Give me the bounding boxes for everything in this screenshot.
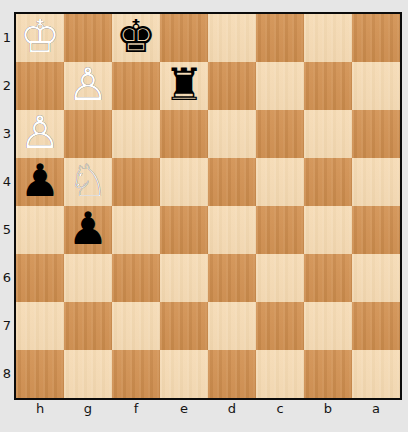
rank-label-3: 3 — [0, 110, 14, 158]
square-b1[interactable] — [304, 14, 352, 62]
square-e7[interactable] — [160, 302, 208, 350]
square-d8[interactable] — [208, 350, 256, 398]
square-h8[interactable] — [16, 350, 64, 398]
square-f3[interactable] — [112, 110, 160, 158]
square-g1[interactable] — [64, 14, 112, 62]
square-g4[interactable]: ♘ — [64, 158, 112, 206]
chess-board-area: 12345678 ♔♚♙♜♙♟♘♟ hgfedcba — [0, 0, 408, 432]
rank-label-2: 2 — [0, 62, 14, 110]
square-e2[interactable]: ♜ — [160, 62, 208, 110]
square-e4[interactable] — [160, 158, 208, 206]
square-h6[interactable] — [16, 254, 64, 302]
square-g8[interactable] — [64, 350, 112, 398]
square-a1[interactable] — [352, 14, 400, 62]
square-a2[interactable] — [352, 62, 400, 110]
rank-label-4: 4 — [0, 158, 14, 206]
square-c6[interactable] — [256, 254, 304, 302]
file-label-e: e — [160, 399, 208, 419]
square-b8[interactable] — [304, 350, 352, 398]
square-d1[interactable] — [208, 14, 256, 62]
piece-white-pawn-g2[interactable]: ♙ — [68, 61, 108, 109]
piece-black-king-f1[interactable]: ♚ — [116, 13, 156, 61]
square-b7[interactable] — [304, 302, 352, 350]
square-b4[interactable] — [304, 158, 352, 206]
square-d5[interactable] — [208, 206, 256, 254]
square-g7[interactable] — [64, 302, 112, 350]
file-label-c: c — [256, 399, 304, 419]
square-e3[interactable] — [160, 110, 208, 158]
square-b5[interactable] — [304, 206, 352, 254]
rank-label-6: 6 — [0, 254, 14, 302]
file-labels: hgfedcba — [16, 399, 400, 419]
rank-label-7: 7 — [0, 302, 14, 350]
rank-label-1: 1 — [0, 14, 14, 62]
square-f4[interactable] — [112, 158, 160, 206]
file-label-g: g — [64, 399, 112, 419]
square-d7[interactable] — [208, 302, 256, 350]
square-f6[interactable] — [112, 254, 160, 302]
file-label-f: f — [112, 399, 160, 419]
square-a4[interactable] — [352, 158, 400, 206]
piece-black-pawn-g5[interactable]: ♟ — [68, 205, 108, 253]
square-a7[interactable] — [352, 302, 400, 350]
piece-white-pawn-h3[interactable]: ♙ — [20, 109, 60, 157]
square-h4[interactable]: ♟ — [16, 158, 64, 206]
square-d6[interactable] — [208, 254, 256, 302]
square-e8[interactable] — [160, 350, 208, 398]
square-e1[interactable] — [160, 14, 208, 62]
square-f5[interactable] — [112, 206, 160, 254]
file-label-a: a — [352, 399, 400, 419]
square-c8[interactable] — [256, 350, 304, 398]
rank-label-5: 5 — [0, 206, 14, 254]
square-a8[interactable] — [352, 350, 400, 398]
square-a6[interactable] — [352, 254, 400, 302]
rank-labels: 12345678 — [0, 14, 14, 398]
square-f1[interactable]: ♚ — [112, 14, 160, 62]
square-f2[interactable] — [112, 62, 160, 110]
square-b3[interactable] — [304, 110, 352, 158]
square-d2[interactable] — [208, 62, 256, 110]
square-f8[interactable] — [112, 350, 160, 398]
file-label-b: b — [304, 399, 352, 419]
piece-white-knight-g4[interactable]: ♘ — [68, 157, 108, 205]
piece-black-pawn-h4[interactable]: ♟ — [20, 157, 60, 205]
square-h7[interactable] — [16, 302, 64, 350]
square-b2[interactable] — [304, 62, 352, 110]
square-c5[interactable] — [256, 206, 304, 254]
square-e6[interactable] — [160, 254, 208, 302]
square-h1[interactable]: ♔ — [16, 14, 64, 62]
square-h2[interactable] — [16, 62, 64, 110]
file-label-h: h — [16, 399, 64, 419]
piece-white-king-h1[interactable]: ♔ — [20, 13, 60, 61]
piece-black-rook-e2[interactable]: ♜ — [164, 61, 204, 109]
square-c3[interactable] — [256, 110, 304, 158]
square-d3[interactable] — [208, 110, 256, 158]
square-b6[interactable] — [304, 254, 352, 302]
square-a3[interactable] — [352, 110, 400, 158]
square-c1[interactable] — [256, 14, 304, 62]
square-a5[interactable] — [352, 206, 400, 254]
file-label-d: d — [208, 399, 256, 419]
square-g3[interactable] — [64, 110, 112, 158]
chess-board: ♔♚♙♜♙♟♘♟ — [14, 12, 402, 400]
square-g2[interactable]: ♙ — [64, 62, 112, 110]
square-f7[interactable] — [112, 302, 160, 350]
square-e5[interactable] — [160, 206, 208, 254]
square-c7[interactable] — [256, 302, 304, 350]
square-g5[interactable]: ♟ — [64, 206, 112, 254]
square-c2[interactable] — [256, 62, 304, 110]
square-h3[interactable]: ♙ — [16, 110, 64, 158]
square-g6[interactable] — [64, 254, 112, 302]
square-d4[interactable] — [208, 158, 256, 206]
rank-label-8: 8 — [0, 350, 14, 398]
square-c4[interactable] — [256, 158, 304, 206]
square-h5[interactable] — [16, 206, 64, 254]
